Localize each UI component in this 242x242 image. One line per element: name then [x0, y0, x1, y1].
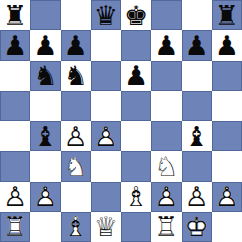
- square-c8[interactable]: [61, 0, 91, 30]
- square-b3[interactable]: [30, 151, 60, 181]
- square-g2[interactable]: ♟♙: [182, 182, 212, 212]
- square-c6[interactable]: ♞: [61, 61, 91, 91]
- piece-black-pawn: ♟: [182, 30, 212, 60]
- piece-black-pawn: ♟: [30, 30, 60, 60]
- piece-black-pawn: ♟: [0, 30, 30, 60]
- square-d8[interactable]: ♛: [91, 0, 121, 30]
- square-f5[interactable]: [151, 91, 181, 121]
- square-e7[interactable]: [121, 30, 151, 60]
- square-a2[interactable]: ♟♙: [0, 182, 30, 212]
- square-g3[interactable]: [182, 151, 212, 181]
- square-f7[interactable]: ♟: [151, 30, 181, 60]
- piece-white-knight: ♞♘: [61, 151, 91, 181]
- piece-white-pawn: ♟♙: [0, 182, 30, 212]
- square-g6[interactable]: [182, 61, 212, 91]
- square-a7[interactable]: ♟: [0, 30, 30, 60]
- square-b2[interactable]: ♟♙: [30, 182, 60, 212]
- piece-white-queen: ♛♕: [91, 212, 121, 242]
- piece-white-king: ♚♔: [182, 212, 212, 242]
- piece-black-queen: ♛: [91, 0, 121, 30]
- piece-white-bishop: ♝♗: [61, 212, 91, 242]
- square-c7[interactable]: ♟: [61, 30, 91, 60]
- square-h1[interactable]: [212, 212, 242, 242]
- square-h4[interactable]: [212, 121, 242, 151]
- square-b5[interactable]: [30, 91, 60, 121]
- square-g4[interactable]: ♝: [182, 121, 212, 151]
- square-f1[interactable]: ♜♖: [151, 212, 181, 242]
- piece-white-bishop: ♝♗: [121, 182, 151, 212]
- square-e6[interactable]: ♟: [121, 61, 151, 91]
- square-b1[interactable]: [30, 212, 60, 242]
- square-g8[interactable]: [182, 0, 212, 30]
- square-c1[interactable]: ♝♗: [61, 212, 91, 242]
- piece-black-pawn: ♟: [121, 61, 151, 91]
- square-c3[interactable]: ♞♘: [61, 151, 91, 181]
- square-b6[interactable]: ♞: [30, 61, 60, 91]
- square-a5[interactable]: [0, 91, 30, 121]
- piece-black-pawn: ♟: [61, 30, 91, 60]
- square-h5[interactable]: [212, 91, 242, 121]
- piece-white-knight: ♞♘: [151, 151, 181, 181]
- square-f2[interactable]: ♟♙: [151, 182, 181, 212]
- piece-white-pawn: ♟♙: [91, 121, 121, 151]
- piece-white-pawn: ♟♙: [182, 182, 212, 212]
- piece-black-pawn: ♟: [151, 30, 181, 60]
- square-g5[interactable]: [182, 91, 212, 121]
- square-e5[interactable]: [121, 91, 151, 121]
- piece-black-pawn: ♟: [212, 30, 242, 60]
- square-f6[interactable]: [151, 61, 181, 91]
- square-h6[interactable]: [212, 61, 242, 91]
- square-a3[interactable]: [0, 151, 30, 181]
- square-d2[interactable]: [91, 182, 121, 212]
- piece-white-pawn: ♟♙: [151, 182, 181, 212]
- square-h3[interactable]: [212, 151, 242, 181]
- chess-board: ♜♛♚♜♟♟♟♟♟♟♞♞♟♝♟♙♟♙♝♞♘♞♘♟♙♟♙♝♗♟♙♟♙♟♙♜♖♝♗♛…: [0, 0, 242, 242]
- square-b7[interactable]: ♟: [30, 30, 60, 60]
- square-d1[interactable]: ♛♕: [91, 212, 121, 242]
- piece-white-pawn: ♟♙: [61, 121, 91, 151]
- square-a1[interactable]: ♜♖: [0, 212, 30, 242]
- piece-white-pawn: ♟♙: [30, 182, 60, 212]
- square-f3[interactable]: ♞♘: [151, 151, 181, 181]
- square-c4[interactable]: ♟♙: [61, 121, 91, 151]
- square-e1[interactable]: [121, 212, 151, 242]
- square-a4[interactable]: [0, 121, 30, 151]
- square-c2[interactable]: [61, 182, 91, 212]
- piece-white-rook: ♜♖: [0, 212, 30, 242]
- square-h8[interactable]: ♜: [212, 0, 242, 30]
- square-c5[interactable]: [61, 91, 91, 121]
- square-f8[interactable]: [151, 0, 181, 30]
- square-d3[interactable]: [91, 151, 121, 181]
- square-b8[interactable]: [30, 0, 60, 30]
- square-d4[interactable]: ♟♙: [91, 121, 121, 151]
- piece-black-bishop: ♝: [30, 121, 60, 151]
- piece-black-rook: ♜: [212, 0, 242, 30]
- square-a6[interactable]: [0, 61, 30, 91]
- square-h7[interactable]: ♟: [212, 30, 242, 60]
- square-e3[interactable]: [121, 151, 151, 181]
- square-a8[interactable]: ♜: [0, 0, 30, 30]
- square-g7[interactable]: ♟: [182, 30, 212, 60]
- square-d7[interactable]: [91, 30, 121, 60]
- piece-black-knight: ♞: [30, 61, 60, 91]
- piece-black-bishop: ♝: [182, 121, 212, 151]
- square-e2[interactable]: ♝♗: [121, 182, 151, 212]
- square-e8[interactable]: ♚: [121, 0, 151, 30]
- piece-white-pawn: ♟♙: [212, 182, 242, 212]
- square-g1[interactable]: ♚♔: [182, 212, 212, 242]
- piece-black-rook: ♜: [0, 0, 30, 30]
- square-h2[interactable]: ♟♙: [212, 182, 242, 212]
- piece-black-knight: ♞: [61, 61, 91, 91]
- square-d5[interactable]: [91, 91, 121, 121]
- piece-white-rook: ♜♖: [151, 212, 181, 242]
- square-e4[interactable]: [121, 121, 151, 151]
- square-b4[interactable]: ♝: [30, 121, 60, 151]
- square-d6[interactable]: [91, 61, 121, 91]
- piece-black-king: ♚: [121, 0, 151, 30]
- square-f4[interactable]: [151, 121, 181, 151]
